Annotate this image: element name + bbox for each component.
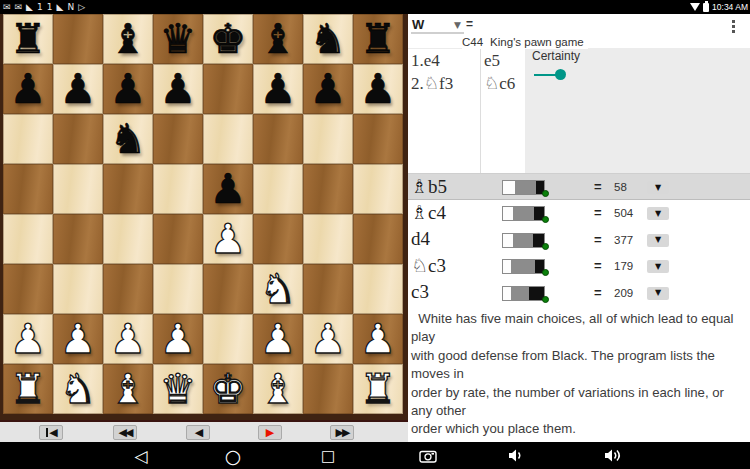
white-knight-piece: ♞: [260, 264, 297, 314]
square-g5[interactable]: [303, 164, 353, 214]
black-pawn-piece: ♟: [260, 64, 297, 114]
white-wins-segment: [503, 181, 515, 194]
fast-forward-icon: ▶▶: [336, 426, 349, 439]
square-b2[interactable]: ♟: [53, 314, 103, 364]
square-a6[interactable]: [3, 114, 53, 164]
win-draw-loss-bar: [502, 286, 545, 301]
white-wins-segment: [503, 234, 513, 247]
start-bar-icon: [46, 428, 48, 437]
square-f7[interactable]: ♟: [253, 64, 303, 114]
square-h7[interactable]: ♟: [353, 64, 403, 114]
draw-segment: [513, 207, 534, 220]
square-d4[interactable]: [153, 214, 203, 264]
variation-count: 209: [614, 287, 633, 299]
home-icon: ○: [225, 445, 242, 467]
win-draw-loss-bar: [502, 206, 545, 221]
slider-thumb[interactable]: [555, 69, 566, 80]
board-frame: ♜♝♛♚♝♞♜♟♟♟♟♟♟♟♞♟♟♞♟♟♟♟♟♟♟♜♞♝♛♚♝♜: [0, 14, 408, 420]
opening-name: King's pawn game: [490, 36, 584, 49]
screenshot-button[interactable]: [419, 442, 437, 469]
expand-move-button[interactable]: ▼: [647, 234, 669, 247]
square-c8[interactable]: ♝: [103, 14, 153, 64]
eco-code: C44: [462, 36, 483, 49]
assessment-symbol: =: [594, 285, 602, 300]
candidate-move-label: ♗c4: [411, 201, 446, 224]
notification-icon: 1: [37, 0, 43, 14]
square-g6[interactable]: [303, 114, 353, 164]
play-icon: ▶: [266, 426, 274, 439]
square-f1[interactable]: ♝: [253, 364, 303, 414]
square-h3[interactable]: [353, 264, 403, 314]
white-pawn-piece: ♟: [260, 314, 297, 364]
navigation-bar: ◁ ○ □: [0, 442, 750, 469]
white-wins-segment: [503, 260, 511, 273]
opening-header: C44 King's pawn game: [462, 36, 588, 49]
black-pawn-piece: ♟: [210, 164, 247, 214]
square-h2[interactable]: ♟: [353, 314, 403, 364]
black-bishop-piece: ♝: [110, 14, 147, 64]
chevron-down-icon: ▼: [655, 263, 661, 271]
chevron-down-icon: ▼: [655, 236, 661, 244]
square-a5[interactable]: [3, 164, 53, 214]
black-rook-piece: ♜: [10, 14, 47, 64]
variation-count: 58: [614, 181, 627, 193]
white-bishop-piece: ♝: [110, 364, 147, 414]
green-status-dot: [542, 190, 549, 197]
square-h8[interactable]: ♜: [353, 14, 403, 64]
square-f3[interactable]: ♞: [253, 264, 303, 314]
volume-up-icon: [604, 448, 623, 463]
move-white-1[interactable]: 1.e4: [411, 51, 440, 71]
assessment-symbol: =: [594, 258, 602, 273]
rewind-button[interactable]: ◀◀: [113, 425, 137, 440]
app-screen: { "game": "chess", "position": { "fen": …: [0, 0, 750, 469]
draw-segment: [511, 260, 536, 273]
square-d1[interactable]: ♛: [153, 364, 203, 414]
notification-icon: ◣: [56, 0, 63, 14]
white-rook-piece: ♜: [10, 364, 47, 414]
variation-count: 504: [614, 207, 633, 219]
candidate-row-c4[interactable]: ♗c4=504▼: [408, 200, 750, 226]
chevron-down-icon: ▼: [655, 289, 661, 297]
square-g2[interactable]: ♟: [303, 314, 353, 364]
white-pawn-piece: ♟: [160, 314, 197, 364]
side-to-move-dropdown[interactable]: W: [412, 17, 424, 32]
square-f2[interactable]: ♟: [253, 314, 303, 364]
camera-icon: [419, 449, 437, 463]
square-d8[interactable]: ♛: [153, 14, 203, 64]
square-c2[interactable]: ♟: [103, 314, 153, 364]
win-draw-loss-bar: [502, 259, 545, 274]
square-f4[interactable]: [253, 214, 303, 264]
rewind-icon: ◀◀: [119, 426, 132, 439]
square-c1[interactable]: ♝: [103, 364, 153, 414]
notification-icon: ◣: [26, 0, 33, 14]
expand-move-button[interactable]: ▼: [647, 181, 669, 194]
black-pawn-piece: ♟: [160, 64, 197, 114]
white-rook-piece: ♜: [360, 364, 397, 414]
white-king-piece: ♚: [210, 364, 247, 414]
square-e2[interactable]: [203, 314, 253, 364]
draw-segment: [513, 234, 533, 247]
certainty-label: Certainty: [532, 49, 580, 63]
assessment-symbol: =: [594, 232, 602, 247]
play-button[interactable]: ▶: [258, 425, 282, 440]
certainty-slider[interactable]: [534, 69, 566, 81]
white-pawn-piece: ♟: [60, 314, 97, 364]
candidate-row-c3[interactable]: c3=209▼: [408, 280, 750, 306]
black-pawn-piece: ♟: [360, 64, 397, 114]
square-d5[interactable]: [153, 164, 203, 214]
home-button[interactable]: ○: [222, 442, 244, 469]
green-status-dot: [542, 243, 549, 250]
candidate-move-label: c3: [411, 281, 429, 303]
playback-bar: ◀ ◀◀ ◀ ▶ ▶▶: [0, 420, 408, 442]
skip-to-start-button[interactable]: ◀: [39, 425, 63, 440]
square-a1[interactable]: ♜: [3, 364, 53, 414]
square-e1[interactable]: ♚: [203, 364, 253, 414]
square-b4[interactable]: [53, 214, 103, 264]
square-e8[interactable]: ♚: [203, 14, 253, 64]
draw-segment: [515, 181, 536, 194]
assessment-symbol: =: [594, 205, 602, 220]
chevron-down-icon: ▼: [655, 210, 661, 218]
expand-move-button[interactable]: ▼: [647, 207, 669, 220]
black-pawn-piece: ♟: [310, 64, 347, 114]
square-b8[interactable]: [53, 14, 103, 64]
white-knight-piece: ♞: [60, 364, 97, 414]
square-a4[interactable]: [3, 214, 53, 264]
recents-icon: □: [321, 447, 335, 465]
clock-text: 10:34 AM: [712, 2, 748, 12]
square-c6[interactable]: ♞: [103, 114, 153, 164]
recents-button[interactable]: □: [317, 442, 339, 469]
candidate-move-label: d4: [411, 228, 430, 250]
square-b1[interactable]: ♞: [53, 364, 103, 414]
back-icon: ◁: [134, 446, 147, 466]
square-e3[interactable]: [203, 264, 253, 314]
chess-board[interactable]: ♜♝♛♚♝♞♜♟♟♟♟♟♟♟♞♟♟♞♟♟♟♟♟♟♟♜♞♝♛♚♝♜: [3, 14, 403, 414]
square-g8[interactable]: ♞: [303, 14, 353, 64]
square-h6[interactable]: [353, 114, 403, 164]
square-g7[interactable]: ♟: [303, 64, 353, 114]
square-b6[interactable]: [53, 114, 103, 164]
black-pawn-piece: ♟: [110, 64, 147, 114]
notification-icon: ✉: [3, 0, 11, 14]
overflow-menu-icon[interactable]: [732, 20, 735, 35]
square-d7[interactable]: ♟: [153, 64, 203, 114]
notification-icons: ✉✉◣11◣N▷: [3, 0, 85, 14]
white-pawn-piece: ♟: [310, 314, 347, 364]
wifi-icon: [690, 3, 700, 11]
move-white-2[interactable]: 2.♘f3: [411, 73, 453, 94]
candidate-row-b5[interactable]: ♗b5=58▼: [408, 174, 750, 200]
status-bar: ✉✉◣11◣N▷ 10:34 AM: [0, 0, 750, 14]
black-knight-piece: ♞: [110, 114, 147, 164]
draw-segment: [511, 287, 529, 300]
move-black-2[interactable]: ♘c6: [484, 73, 515, 94]
assessment-symbol: =: [594, 179, 602, 194]
variation-count: 377: [614, 234, 633, 246]
move-black-1[interactable]: e5: [484, 51, 500, 71]
win-draw-loss-bar: [502, 233, 545, 248]
square-b5[interactable]: [53, 164, 103, 214]
square-c5[interactable]: [103, 164, 153, 214]
variation-count: 179: [614, 260, 633, 272]
green-status-dot: [542, 296, 549, 303]
square-d6[interactable]: [153, 114, 203, 164]
notification-icon: 1: [47, 0, 53, 14]
candidate-move-label: ♗b5: [411, 175, 447, 198]
candidate-row-d4[interactable]: d4=377▼: [408, 227, 750, 253]
step-back-button[interactable]: ◀: [186, 425, 210, 440]
square-c3[interactable]: [103, 264, 153, 314]
back-button[interactable]: ◁: [130, 442, 152, 469]
candidate-move-list: ♗b5=58▼♗c4=504▼d4=377▼♘c3=179▼c3=209▼: [408, 173, 750, 305]
square-h1[interactable]: ♜: [353, 364, 403, 414]
green-status-dot: [542, 216, 549, 223]
square-b7[interactable]: ♟: [53, 64, 103, 114]
black-knight-piece: ♞: [310, 14, 347, 64]
square-c7[interactable]: ♟: [103, 64, 153, 114]
white-pawn-piece: ♟: [10, 314, 47, 364]
square-c4[interactable]: [103, 214, 153, 264]
square-a7[interactable]: ♟: [3, 64, 53, 114]
notification-icon: ▷: [78, 0, 85, 14]
square-h5[interactable]: [353, 164, 403, 214]
square-g1[interactable]: [303, 364, 353, 414]
square-f5[interactable]: [253, 164, 303, 214]
square-f6[interactable]: [253, 114, 303, 164]
description-paragraph-1: White has five main choices, all of whic…: [411, 310, 744, 439]
square-g4[interactable]: [303, 214, 353, 264]
square-e4[interactable]: ♟: [203, 214, 253, 264]
notification-icon: N: [67, 0, 74, 14]
square-d2[interactable]: ♟: [153, 314, 203, 364]
move-list: 1.e4 e5 2.♘f3 ♘c6: [408, 49, 525, 173]
white-wins-segment: [503, 287, 511, 300]
square-b3[interactable]: [53, 264, 103, 314]
volume-down-icon: [508, 448, 524, 463]
square-d3[interactable]: [153, 264, 203, 314]
white-queen-piece: ♛: [160, 364, 197, 414]
square-h4[interactable]: [353, 214, 403, 264]
black-king-piece: ♚: [210, 14, 247, 64]
chevron-down-icon: ▼: [655, 184, 661, 192]
expand-move-button[interactable]: ▼: [647, 260, 669, 273]
square-g3[interactable]: [303, 264, 353, 314]
opening-description: White has five main choices, all of whic…: [408, 305, 750, 442]
battery-icon: [703, 3, 709, 12]
white-bishop-piece: ♝: [260, 364, 297, 414]
assessment-symbol: =: [466, 17, 473, 31]
black-pawn-piece: ♟: [60, 64, 97, 114]
candidate-row-c3[interactable]: ♘c3=179▼: [408, 253, 750, 279]
expand-move-button[interactable]: ▼: [647, 287, 669, 300]
dropdown-underline: [411, 32, 464, 34]
square-e5[interactable]: ♟: [203, 164, 253, 214]
fast-forward-button[interactable]: ▶▶: [330, 425, 354, 440]
square-e6[interactable]: [203, 114, 253, 164]
square-e7[interactable]: [203, 64, 253, 114]
square-a2[interactable]: ♟: [3, 314, 53, 364]
white-pawn-piece: ♟: [110, 314, 147, 364]
square-f8[interactable]: ♝: [253, 14, 303, 64]
square-a3[interactable]: [3, 264, 53, 314]
analysis-panel: W ▼ = C44 King's pawn game 1.e4 e5 2.♘f3…: [408, 14, 750, 442]
candidate-move-label: ♘c3: [411, 254, 446, 277]
moves-zone: 1.e4 e5 2.♘f3 ♘c6 Certainty: [408, 49, 750, 173]
square-a8[interactable]: ♜: [3, 14, 53, 64]
black-rook-piece: ♜: [360, 14, 397, 64]
black-pawn-piece: ♟: [10, 64, 47, 114]
chevron-down-icon[interactable]: ▼: [454, 20, 461, 30]
white-pawn-piece: ♟: [360, 314, 397, 364]
green-status-dot: [542, 269, 549, 276]
step-back-icon: ◀: [195, 426, 201, 439]
black-queen-piece: ♛: [160, 14, 197, 64]
volume-up-button[interactable]: [604, 442, 623, 469]
notification-icon: ✉: [15, 0, 23, 14]
white-wins-segment: [503, 207, 513, 220]
black-bishop-piece: ♝: [260, 14, 297, 64]
win-draw-loss-bar: [502, 180, 545, 195]
white-pawn-piece: ♟: [210, 214, 247, 264]
skip-to-start-icon: ◀: [49, 426, 55, 439]
volume-down-button[interactable]: [508, 442, 524, 469]
